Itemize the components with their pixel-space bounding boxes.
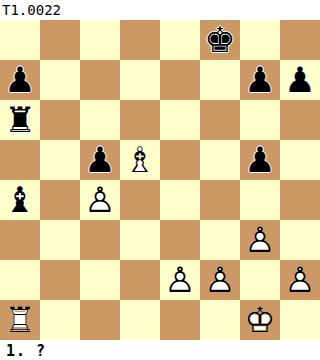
chess-board: ♚♟♟♟♜♟♝♗♟♝♟♙♟♙♟♙♟♙♟♙♜♖♚♔	[0, 20, 320, 340]
square-a3[interactable]	[0, 220, 40, 260]
square-e6[interactable]	[160, 100, 200, 140]
square-g6[interactable]	[240, 100, 280, 140]
square-a6[interactable]: ♜	[0, 100, 40, 140]
square-d2[interactable]	[120, 260, 160, 300]
white-pawn[interactable]: ♟♙	[160, 260, 200, 300]
black-rook[interactable]: ♜	[0, 100, 40, 140]
square-b7[interactable]	[40, 60, 80, 100]
square-c8[interactable]	[80, 20, 120, 60]
square-g8[interactable]	[240, 20, 280, 60]
square-e5[interactable]	[160, 140, 200, 180]
square-f3[interactable]	[200, 220, 240, 260]
square-e8[interactable]	[160, 20, 200, 60]
square-h3[interactable]	[280, 220, 320, 260]
square-e2[interactable]: ♟♙	[160, 260, 200, 300]
white-pawn[interactable]: ♟♙	[80, 180, 120, 220]
square-f6[interactable]	[200, 100, 240, 140]
square-d6[interactable]	[120, 100, 160, 140]
square-b5[interactable]	[40, 140, 80, 180]
white-king[interactable]: ♚♔	[240, 300, 280, 340]
square-h1[interactable]	[280, 300, 320, 340]
square-g3[interactable]: ♟♙	[240, 220, 280, 260]
square-f5[interactable]	[200, 140, 240, 180]
puzzle-id: T1.0022	[0, 0, 320, 20]
square-d3[interactable]	[120, 220, 160, 260]
square-a5[interactable]	[0, 140, 40, 180]
white-bishop[interactable]: ♝♗	[120, 140, 160, 180]
square-b3[interactable]	[40, 220, 80, 260]
square-h5[interactable]	[280, 140, 320, 180]
white-rook[interactable]: ♜♖	[0, 300, 40, 340]
square-c6[interactable]	[80, 100, 120, 140]
white-pawn[interactable]: ♟♙	[280, 260, 320, 300]
black-bishop[interactable]: ♝	[0, 180, 40, 220]
square-a8[interactable]	[0, 20, 40, 60]
square-b1[interactable]	[40, 300, 80, 340]
black-king[interactable]: ♚	[200, 20, 240, 60]
square-d4[interactable]	[120, 180, 160, 220]
square-g4[interactable]	[240, 180, 280, 220]
square-h6[interactable]	[280, 100, 320, 140]
square-c1[interactable]	[80, 300, 120, 340]
square-c5[interactable]: ♟	[80, 140, 120, 180]
black-pawn[interactable]: ♟	[240, 60, 280, 100]
black-pawn[interactable]: ♟	[280, 60, 320, 100]
square-c3[interactable]	[80, 220, 120, 260]
square-f8[interactable]: ♚	[200, 20, 240, 60]
square-d7[interactable]	[120, 60, 160, 100]
square-e4[interactable]	[160, 180, 200, 220]
square-a1[interactable]: ♜♖	[0, 300, 40, 340]
square-h2[interactable]: ♟♙	[280, 260, 320, 300]
square-f7[interactable]	[200, 60, 240, 100]
square-b4[interactable]	[40, 180, 80, 220]
square-d1[interactable]	[120, 300, 160, 340]
square-g5[interactable]: ♟	[240, 140, 280, 180]
white-pawn[interactable]: ♟♙	[200, 260, 240, 300]
square-h4[interactable]	[280, 180, 320, 220]
black-pawn[interactable]: ♟	[0, 60, 40, 100]
square-g2[interactable]	[240, 260, 280, 300]
square-e3[interactable]	[160, 220, 200, 260]
square-b6[interactable]	[40, 100, 80, 140]
square-b8[interactable]	[40, 20, 80, 60]
square-a7[interactable]: ♟	[0, 60, 40, 100]
square-f1[interactable]	[200, 300, 240, 340]
square-a4[interactable]: ♝	[0, 180, 40, 220]
square-c2[interactable]	[80, 260, 120, 300]
square-c7[interactable]	[80, 60, 120, 100]
square-b2[interactable]	[40, 260, 80, 300]
square-f4[interactable]	[200, 180, 240, 220]
square-e1[interactable]	[160, 300, 200, 340]
black-pawn[interactable]: ♟	[240, 140, 280, 180]
square-e7[interactable]	[160, 60, 200, 100]
white-pawn[interactable]: ♟♙	[240, 220, 280, 260]
square-h7[interactable]: ♟	[280, 60, 320, 100]
square-c4[interactable]: ♟♙	[80, 180, 120, 220]
square-d8[interactable]	[120, 20, 160, 60]
move-prompt: 1. ?	[0, 340, 320, 360]
square-d5[interactable]: ♝♗	[120, 140, 160, 180]
square-f2[interactable]: ♟♙	[200, 260, 240, 300]
black-pawn[interactable]: ♟	[80, 140, 120, 180]
square-g1[interactable]: ♚♔	[240, 300, 280, 340]
square-a2[interactable]	[0, 260, 40, 300]
square-g7[interactable]: ♟	[240, 60, 280, 100]
square-h8[interactable]	[280, 20, 320, 60]
